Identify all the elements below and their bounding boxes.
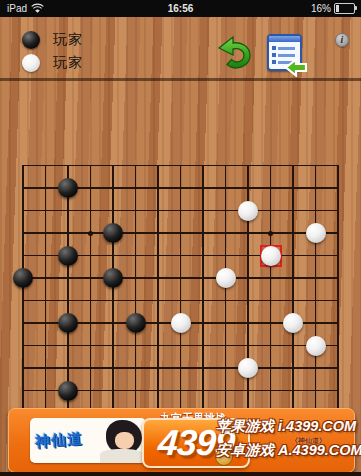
white-stone-icon <box>22 54 40 72</box>
status-bar: iPad 16:56 16% <box>0 0 361 17</box>
black-stone <box>58 178 78 198</box>
ad-android-line: 安卓游戏 A.4399.COM <box>216 443 348 458</box>
white-player-label: 玩家 <box>53 54 83 72</box>
ad-game-logo: 神仙道 <box>30 418 146 463</box>
white-stone <box>283 313 303 333</box>
clock: 16:56 <box>0 3 361 14</box>
back-arrow-icon <box>284 58 308 77</box>
black-stone <box>58 381 78 401</box>
white-stone <box>306 223 326 243</box>
ad-ios-line: 苹果游戏 i.4399.COM <box>216 419 348 434</box>
toolbar: i <box>211 17 361 79</box>
screen-bottom-edge <box>0 472 361 476</box>
undo-button[interactable] <box>216 33 254 71</box>
battery-percent: 16% <box>311 3 331 14</box>
ad-character-art <box>100 420 144 461</box>
white-stone <box>238 358 258 378</box>
ad-logo-title: 神仙道 <box>34 429 83 451</box>
black-stone <box>58 313 78 333</box>
battery-icon <box>334 3 355 14</box>
black-stone <box>126 313 146 333</box>
go-board[interactable] <box>0 80 361 406</box>
move-list-button[interactable] <box>264 32 304 74</box>
ad-small-text: 《神仙道》 <box>291 436 326 446</box>
black-stone <box>58 246 78 266</box>
ad-banner[interactable]: 神仙道 九宫无畏挑战 4399 苹果游戏 i.4399.COM 安卓游戏 A.4… <box>8 408 355 473</box>
app-screen: iPad 16:56 16% 玩家 玩家 <box>0 0 361 476</box>
white-stone <box>171 313 191 333</box>
white-stone <box>306 336 326 356</box>
info-button[interactable]: i <box>335 33 349 47</box>
white-player-row: 玩家 <box>22 54 83 72</box>
white-stone <box>216 268 236 288</box>
player-legend: 玩家 玩家 <box>0 17 220 79</box>
undo-arrow-icon <box>216 33 254 71</box>
white-stone <box>261 246 281 266</box>
white-stone <box>238 201 258 221</box>
black-stone <box>13 268 33 288</box>
black-stone <box>103 268 123 288</box>
black-player-row: 玩家 <box>22 31 83 49</box>
black-player-label: 玩家 <box>53 31 83 49</box>
black-stone <box>103 223 123 243</box>
ad-links: 苹果游戏 i.4399.COM 安卓游戏 A.4399.COM <box>216 415 348 457</box>
black-stone-icon <box>22 31 40 49</box>
